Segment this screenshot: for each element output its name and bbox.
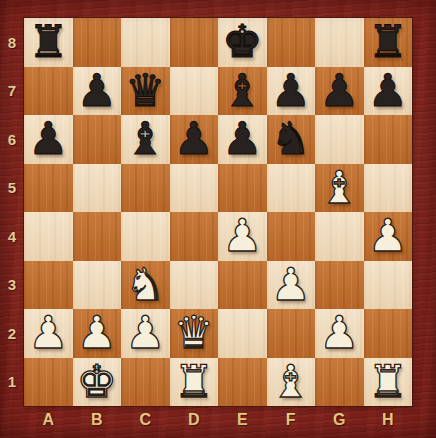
white-knight-c3-icon[interactable]: ♞ [125,261,165,309]
square-e4[interactable]: ♟ [218,212,267,261]
rank-label-2: 2 [0,309,24,358]
square-a7[interactable] [24,67,73,116]
square-a2[interactable]: ♟ [24,309,73,358]
square-h3[interactable] [364,261,413,310]
square-g7[interactable]: ♟ [315,67,364,116]
square-e8[interactable]: ♚ [218,18,267,67]
white-pawn-f3-icon[interactable]: ♟ [271,261,311,309]
black-king-e8-icon[interactable]: ♚ [222,18,262,66]
square-b1[interactable]: ♚ [73,358,122,407]
square-c7[interactable]: ♛ [121,67,170,116]
square-d2[interactable]: ♛ [170,309,219,358]
square-f4[interactable] [267,212,316,261]
black-queen-c7-icon[interactable]: ♛ [125,67,165,115]
rank-label-5: 5 [0,164,24,213]
rank-label-6: 6 [0,115,24,164]
square-h6[interactable] [364,115,413,164]
square-c2[interactable]: ♟ [121,309,170,358]
black-pawn-d6-icon[interactable]: ♟ [174,115,214,163]
white-pawn-g2-icon[interactable]: ♟ [319,309,359,357]
file-label-h: H [364,406,413,438]
square-g8[interactable] [315,18,364,67]
square-f2[interactable] [267,309,316,358]
chessboard: ♜♚♜♟♛♝♟♟♟♟♝♟♟♞♝♟♟♞♟♟♟♟♛♟♚♜♝♜ [24,18,412,406]
square-e1[interactable] [218,358,267,407]
square-g2[interactable]: ♟ [315,309,364,358]
rank-label-8: 8 [0,18,24,67]
square-c5[interactable] [121,164,170,213]
file-label-g: G [315,406,364,438]
square-c8[interactable] [121,18,170,67]
square-f5[interactable] [267,164,316,213]
black-pawn-b7-icon[interactable]: ♟ [77,67,117,115]
square-c6[interactable]: ♝ [121,115,170,164]
square-a8[interactable]: ♜ [24,18,73,67]
square-h7[interactable]: ♟ [364,67,413,116]
square-d6[interactable]: ♟ [170,115,219,164]
square-f8[interactable] [267,18,316,67]
file-label-a: A [24,406,73,438]
square-a6[interactable]: ♟ [24,115,73,164]
square-h4[interactable]: ♟ [364,212,413,261]
square-e7[interactable]: ♝ [218,67,267,116]
square-b3[interactable] [73,261,122,310]
rank-label-4: 4 [0,212,24,261]
square-g4[interactable] [315,212,364,261]
square-b7[interactable]: ♟ [73,67,122,116]
square-b2[interactable]: ♟ [73,309,122,358]
black-rook-a8-icon[interactable]: ♜ [28,18,68,66]
black-bishop-c6-icon[interactable]: ♝ [125,115,165,163]
square-a3[interactable] [24,261,73,310]
chessboard-frame: ♜♚♜♟♛♝♟♟♟♟♝♟♟♞♝♟♟♞♟♟♟♟♛♟♚♜♝♜ 87654321 AB… [0,0,436,438]
square-g5[interactable]: ♝ [315,164,364,213]
white-rook-d1-icon[interactable]: ♜ [174,358,214,406]
black-pawn-f7-icon[interactable]: ♟ [271,67,311,115]
square-e5[interactable] [218,164,267,213]
square-a5[interactable] [24,164,73,213]
rank-labels: 87654321 [0,18,24,406]
square-g6[interactable] [315,115,364,164]
white-pawn-c2-icon[interactable]: ♟ [125,309,165,357]
square-g3[interactable] [315,261,364,310]
black-bishop-e7-icon[interactable]: ♝ [222,67,262,115]
square-b4[interactable] [73,212,122,261]
white-pawn-e4-icon[interactable]: ♟ [222,212,262,260]
square-b6[interactable] [73,115,122,164]
white-pawn-h4-icon[interactable]: ♟ [368,212,408,260]
rank-label-7: 7 [0,67,24,116]
square-a1[interactable] [24,358,73,407]
square-a4[interactable] [24,212,73,261]
black-pawn-e6-icon[interactable]: ♟ [222,115,262,163]
square-d8[interactable] [170,18,219,67]
black-pawn-h7-icon[interactable]: ♟ [368,67,408,115]
square-e6[interactable]: ♟ [218,115,267,164]
file-label-f: F [267,406,316,438]
white-pawn-b2-icon[interactable]: ♟ [77,309,117,357]
square-e3[interactable] [218,261,267,310]
file-label-e: E [218,406,267,438]
rank-label-1: 1 [0,358,24,407]
black-rook-h8-icon[interactable]: ♜ [368,18,408,66]
file-label-b: B [73,406,122,438]
white-bishop-f1-icon[interactable]: ♝ [271,358,311,406]
square-f1[interactable]: ♝ [267,358,316,407]
square-h8[interactable]: ♜ [364,18,413,67]
square-d5[interactable] [170,164,219,213]
square-f3[interactable]: ♟ [267,261,316,310]
black-knight-f6-icon[interactable]: ♞ [271,115,311,163]
square-c3[interactable]: ♞ [121,261,170,310]
square-e2[interactable] [218,309,267,358]
file-label-d: D [170,406,219,438]
square-b8[interactable] [73,18,122,67]
square-d3[interactable] [170,261,219,310]
white-pawn-a2-icon[interactable]: ♟ [28,309,68,357]
square-h1[interactable]: ♜ [364,358,413,407]
file-label-c: C [121,406,170,438]
square-d1[interactable]: ♜ [170,358,219,407]
white-queen-d2-icon[interactable]: ♛ [174,309,214,357]
square-f6[interactable]: ♞ [267,115,316,164]
square-g1[interactable] [315,358,364,407]
square-h5[interactable] [364,164,413,213]
file-labels: ABCDEFGH [24,406,412,438]
white-king-b1-icon[interactable]: ♚ [77,358,117,406]
square-f7[interactable]: ♟ [267,67,316,116]
square-d7[interactable] [170,67,219,116]
square-c4[interactable] [121,212,170,261]
black-pawn-a6-icon[interactable]: ♟ [28,115,68,163]
square-b5[interactable] [73,164,122,213]
square-h2[interactable] [364,309,413,358]
black-pawn-g7-icon[interactable]: ♟ [319,67,359,115]
square-c1[interactable] [121,358,170,407]
white-rook-h1-icon[interactable]: ♜ [368,358,408,406]
rank-label-3: 3 [0,261,24,310]
white-bishop-g5-icon[interactable]: ♝ [319,164,359,212]
square-d4[interactable] [170,212,219,261]
